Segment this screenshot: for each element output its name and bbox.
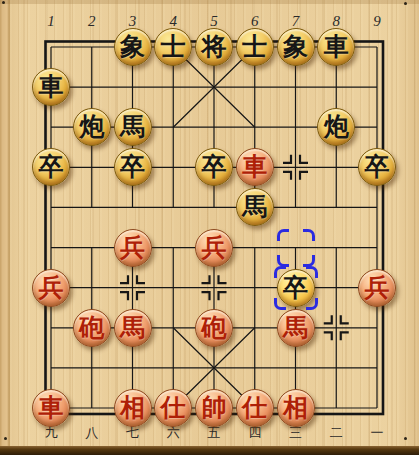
piece-black-advisor[interactable]: 士 [154,28,192,66]
piece-black-soldier[interactable]: 卒 [114,148,152,186]
piece-black-soldier[interactable]: 卒 [277,269,315,307]
piece-red-horse[interactable]: 馬 [277,309,315,347]
piece-character: 象 [283,28,308,66]
piece-character: 兵 [120,229,145,267]
piece-character: 兵 [39,269,64,307]
piece-red-elephant[interactable]: 相 [277,389,315,427]
piece-character: 仕 [242,389,267,427]
piece-character: 卒 [120,148,145,186]
piece-red-general[interactable]: 帥 [195,389,233,427]
piece-black-horse[interactable]: 馬 [114,108,152,146]
piece-black-horse[interactable]: 馬 [236,188,274,226]
piece-red-elephant[interactable]: 相 [114,389,152,427]
piece-character: 帥 [202,389,227,427]
piece-character: 馬 [283,309,308,347]
piece-black-soldier[interactable]: 卒 [32,148,70,186]
piece-character: 士 [242,28,267,66]
piece-black-soldier[interactable]: 卒 [195,148,233,186]
piece-character: 兵 [365,269,390,307]
xiangqi-board: 123456789 九八七六五四三二一 象士将士象車車炮馬炮卒卒卒車卒馬兵兵兵卒… [0,0,419,455]
piece-character: 兵 [202,229,227,267]
piece-red-chariot[interactable]: 車 [32,389,70,427]
piece-character: 砲 [202,309,227,347]
piece-character: 馬 [120,309,145,347]
piece-character: 士 [161,28,186,66]
board-surface[interactable]: 象士将士象車車炮馬炮卒卒卒車卒馬兵兵兵卒兵砲馬砲馬車相仕帥仕相 [31,27,398,428]
piece-black-soldier[interactable]: 卒 [358,148,396,186]
piece-character: 馬 [120,108,145,146]
piece-red-advisor[interactable]: 仕 [154,389,192,427]
piece-character: 馬 [242,188,267,226]
piece-red-cannon[interactable]: 砲 [73,309,111,347]
piece-character: 卒 [39,148,64,186]
piece-character: 車 [324,28,349,66]
piece-red-advisor[interactable]: 仕 [236,389,274,427]
piece-character: 将 [202,28,227,66]
piece-character: 卒 [283,269,308,307]
piece-character: 炮 [324,108,349,146]
piece-red-cannon[interactable]: 砲 [195,309,233,347]
piece-black-cannon[interactable]: 炮 [73,108,111,146]
piece-black-elephant[interactable]: 象 [114,28,152,66]
piece-character: 車 [39,389,64,427]
piece-character: 仕 [161,389,186,427]
piece-character: 車 [39,68,64,106]
piece-black-elephant[interactable]: 象 [277,28,315,66]
piece-black-advisor[interactable]: 士 [236,28,274,66]
piece-black-general[interactable]: 将 [195,28,233,66]
piece-character: 卒 [365,148,390,186]
piece-red-soldier[interactable]: 兵 [358,269,396,307]
piece-red-soldier[interactable]: 兵 [32,269,70,307]
piece-character: 砲 [79,309,104,347]
piece-character: 炮 [79,108,104,146]
piece-black-chariot[interactable]: 車 [32,68,70,106]
piece-red-soldier[interactable]: 兵 [195,229,233,267]
piece-character: 車 [242,148,267,186]
piece-black-chariot[interactable]: 車 [317,28,355,66]
piece-red-chariot[interactable]: 車 [236,148,274,186]
piece-black-cannon[interactable]: 炮 [317,108,355,146]
piece-red-soldier[interactable]: 兵 [114,229,152,267]
piece-character: 相 [120,389,145,427]
piece-character: 相 [283,389,308,427]
piece-character: 象 [120,28,145,66]
piece-character: 卒 [202,148,227,186]
piece-red-horse[interactable]: 馬 [114,309,152,347]
